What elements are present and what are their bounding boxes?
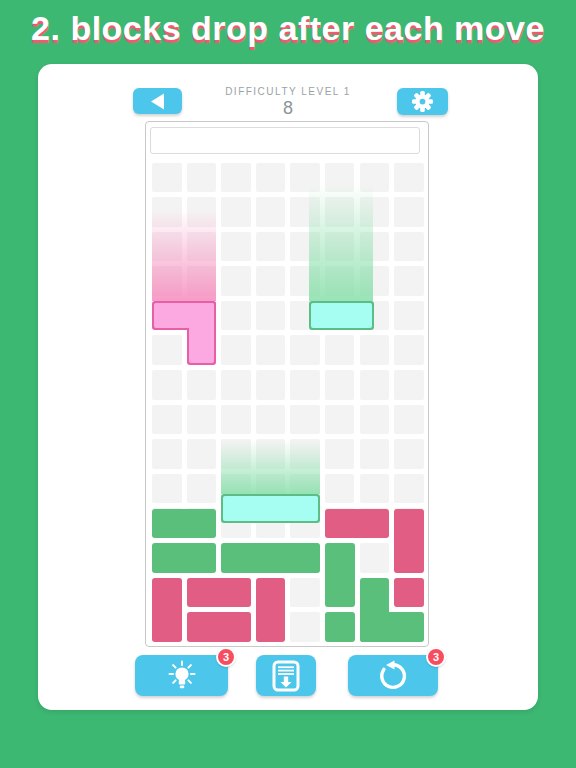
green-L[interactable] xyxy=(360,612,424,642)
pink-2x1-b[interactable] xyxy=(187,578,251,608)
green-drop-trail-upper xyxy=(309,184,373,301)
green-3x1[interactable] xyxy=(221,543,320,573)
green-2x1-a[interactable] xyxy=(152,509,216,539)
pink-1x1[interactable] xyxy=(394,578,424,608)
pink-2x1-a[interactable] xyxy=(325,509,389,539)
falling-pink-L[interactable] xyxy=(189,303,215,363)
hint-button[interactable]: 3 xyxy=(135,655,228,696)
undo-badge: 3 xyxy=(426,647,446,667)
draw-pile-button[interactable] xyxy=(256,655,316,696)
undo-icon xyxy=(377,660,409,692)
move-count: 8 xyxy=(38,98,538,119)
game-board[interactable] xyxy=(145,121,429,647)
green-1x1[interactable] xyxy=(325,612,355,642)
green-1x2[interactable] xyxy=(325,543,355,607)
pink-1x2-a[interactable] xyxy=(394,509,424,573)
pink-1x2-b[interactable] xyxy=(152,578,182,642)
green-2x1-b[interactable] xyxy=(152,543,216,573)
blocks-layer xyxy=(146,122,428,646)
hint-badge: 3 xyxy=(216,647,236,667)
pink-1x2-c[interactable] xyxy=(256,578,286,642)
falling-cyan-3x1[interactable] xyxy=(223,496,318,522)
difficulty-label: DIFFICULTY LEVEL 1 xyxy=(38,86,538,97)
gear-icon xyxy=(411,90,434,113)
page-title: 2. blocks drop after each move xyxy=(0,9,576,48)
green-drop-trail-lower xyxy=(221,440,320,494)
pink-2x1-c[interactable] xyxy=(187,612,251,642)
header-center: DIFFICULTY LEVEL 1 8 xyxy=(38,86,538,119)
lightbulb-icon xyxy=(164,659,200,693)
settings-button[interactable] xyxy=(397,88,448,115)
undo-button[interactable]: 3 xyxy=(348,655,438,696)
pink-drop-trail xyxy=(152,210,216,301)
falling-cyan-2x1[interactable] xyxy=(311,303,371,329)
block-pile-icon xyxy=(272,660,300,692)
game-card: DIFFICULTY LEVEL 1 8 xyxy=(38,64,538,710)
